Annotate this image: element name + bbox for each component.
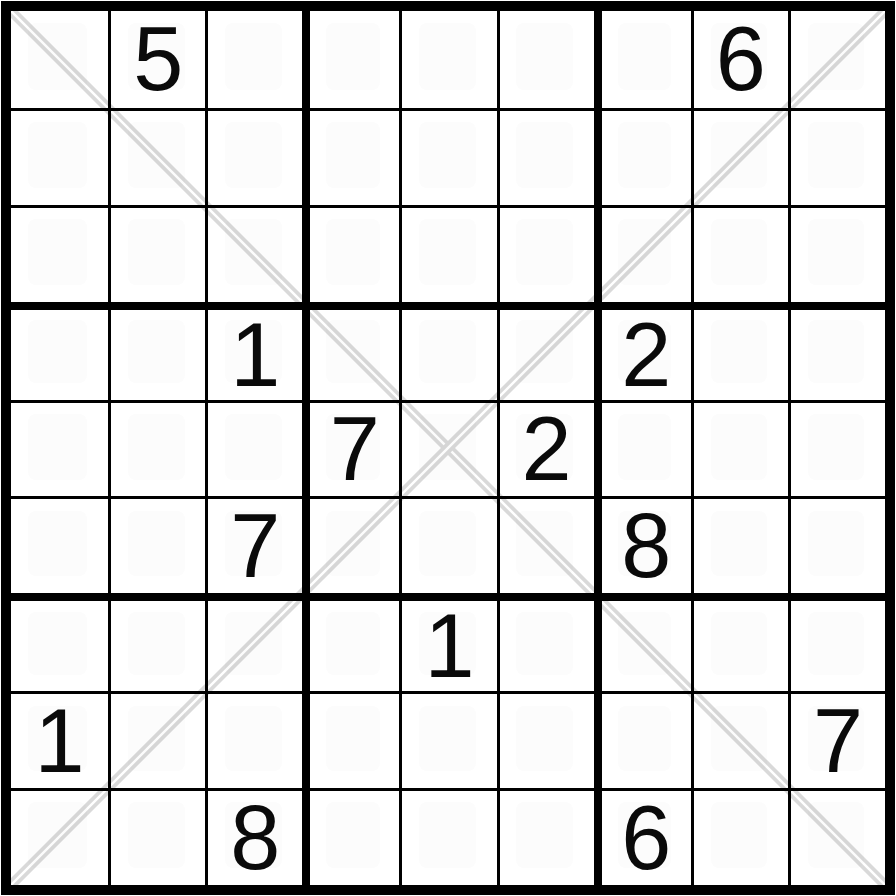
cell-r4c1[interactable] xyxy=(11,302,108,400)
cell-r9c1[interactable] xyxy=(11,788,108,885)
cell-r4c2[interactable] xyxy=(108,302,205,400)
cell-r4c7[interactable]: 2 xyxy=(594,302,691,400)
sudoku-board: 5612727811786 xyxy=(1,1,895,895)
sudoku-x-puzzle: 5612727811786 xyxy=(0,0,896,896)
cell-r4c5[interactable] xyxy=(399,302,496,400)
cell-r9c9[interactable] xyxy=(788,788,885,885)
cell-r8c3[interactable] xyxy=(205,691,302,788)
cell-r6c2[interactable] xyxy=(108,496,205,593)
cell-r6c9[interactable] xyxy=(788,496,885,593)
cell-r3c8[interactable] xyxy=(691,205,788,302)
cell-value: 6 xyxy=(716,14,766,104)
cell-r2c8[interactable] xyxy=(691,108,788,205)
cell-r5c9[interactable] xyxy=(788,400,885,497)
cell-r5c8[interactable] xyxy=(691,400,788,497)
cell-r2c2[interactable] xyxy=(108,108,205,205)
cell-r3c9[interactable] xyxy=(788,205,885,302)
cell-r1c7[interactable] xyxy=(594,11,691,108)
cell-r3c7[interactable] xyxy=(594,205,691,302)
cell-r9c7[interactable]: 6 xyxy=(594,788,691,885)
cell-r7c7[interactable] xyxy=(594,593,691,691)
cell-r5c2[interactable] xyxy=(108,400,205,497)
cell-r4c4[interactable] xyxy=(302,302,399,400)
cell-r5c3[interactable] xyxy=(205,400,302,497)
cell-r2c7[interactable] xyxy=(594,108,691,205)
cell-value: 2 xyxy=(621,310,671,400)
cell-value: 6 xyxy=(621,793,671,883)
cell-r7c3[interactable] xyxy=(205,593,302,691)
cell-r9c6[interactable] xyxy=(497,788,594,885)
cell-r5c4[interactable]: 7 xyxy=(302,400,399,497)
cell-value: 5 xyxy=(133,14,183,104)
cell-r1c5[interactable] xyxy=(399,11,496,108)
cell-value: 1 xyxy=(230,310,280,400)
cell-r7c1[interactable] xyxy=(11,593,108,691)
cell-r3c2[interactable] xyxy=(108,205,205,302)
cell-r7c6[interactable] xyxy=(497,593,594,691)
cell-r2c1[interactable] xyxy=(11,108,108,205)
cell-r1c3[interactable] xyxy=(205,11,302,108)
cell-r9c8[interactable] xyxy=(691,788,788,885)
cell-r9c4[interactable] xyxy=(302,788,399,885)
cell-r4c9[interactable] xyxy=(788,302,885,400)
cell-r1c4[interactable] xyxy=(302,11,399,108)
cell-r5c7[interactable] xyxy=(594,400,691,497)
cell-r4c3[interactable]: 1 xyxy=(205,302,302,400)
cell-r8c4[interactable] xyxy=(302,691,399,788)
cell-r6c4[interactable] xyxy=(302,496,399,593)
cell-r8c9[interactable]: 7 xyxy=(788,691,885,788)
cell-r7c5[interactable]: 1 xyxy=(399,593,496,691)
cell-r7c9[interactable] xyxy=(788,593,885,691)
cell-r7c4[interactable] xyxy=(302,593,399,691)
cell-r5c1[interactable] xyxy=(11,400,108,497)
cell-r3c1[interactable] xyxy=(11,205,108,302)
cell-r5c5[interactable] xyxy=(399,400,496,497)
cell-r8c1[interactable]: 1 xyxy=(11,691,108,788)
cell-r1c9[interactable] xyxy=(788,11,885,108)
cell-r7c2[interactable] xyxy=(108,593,205,691)
cell-value: 7 xyxy=(230,501,280,591)
cell-r5c6[interactable]: 2 xyxy=(497,400,594,497)
cell-r2c5[interactable] xyxy=(399,108,496,205)
cell-r6c7[interactable]: 8 xyxy=(594,496,691,593)
cell-r8c8[interactable] xyxy=(691,691,788,788)
cell-value: 8 xyxy=(621,501,671,591)
cell-value: 7 xyxy=(813,696,863,786)
cell-r3c3[interactable] xyxy=(205,205,302,302)
cell-value: 1 xyxy=(424,601,474,691)
cell-r9c3[interactable]: 8 xyxy=(205,788,302,885)
cell-r1c8[interactable]: 6 xyxy=(691,11,788,108)
cell-r6c1[interactable] xyxy=(11,496,108,593)
cell-value: 1 xyxy=(35,696,85,786)
cell-r6c6[interactable] xyxy=(497,496,594,593)
cell-r4c6[interactable] xyxy=(497,302,594,400)
cell-r4c8[interactable] xyxy=(691,302,788,400)
cell-r1c6[interactable] xyxy=(497,11,594,108)
cell-r9c5[interactable] xyxy=(399,788,496,885)
cell-r6c5[interactable] xyxy=(399,496,496,593)
cell-r7c8[interactable] xyxy=(691,593,788,691)
cell-r3c6[interactable] xyxy=(497,205,594,302)
cell-r1c1[interactable] xyxy=(11,11,108,108)
cell-value: 2 xyxy=(522,404,572,494)
cell-r3c5[interactable] xyxy=(399,205,496,302)
cell-r2c3[interactable] xyxy=(205,108,302,205)
cell-r2c9[interactable] xyxy=(788,108,885,205)
cell-r6c3[interactable]: 7 xyxy=(205,496,302,593)
cell-value: 7 xyxy=(330,404,380,494)
cell-r9c2[interactable] xyxy=(108,788,205,885)
cell-r8c5[interactable] xyxy=(399,691,496,788)
cell-r6c8[interactable] xyxy=(691,496,788,593)
cell-r8c7[interactable] xyxy=(594,691,691,788)
cell-r8c6[interactable] xyxy=(497,691,594,788)
sudoku-grid: 5612727811786 xyxy=(11,11,885,885)
cell-value: 8 xyxy=(230,793,280,883)
cell-r2c4[interactable] xyxy=(302,108,399,205)
cell-r3c4[interactable] xyxy=(302,205,399,302)
cell-r1c2[interactable]: 5 xyxy=(108,11,205,108)
cell-r8c2[interactable] xyxy=(108,691,205,788)
cell-r2c6[interactable] xyxy=(497,108,594,205)
